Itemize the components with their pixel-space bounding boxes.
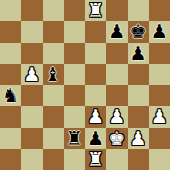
piece-white-king: ♚ xyxy=(108,129,125,148)
square-g2[interactable]: ♟ xyxy=(128,128,149,149)
piece-white-pawn: ♟ xyxy=(130,129,147,148)
square-h7[interactable]: ♟ xyxy=(149,21,170,42)
square-f6[interactable] xyxy=(106,43,127,64)
square-f8[interactable] xyxy=(106,0,127,21)
square-d2[interactable]: ♜ xyxy=(64,128,85,149)
square-a5[interactable] xyxy=(0,64,21,85)
square-d8[interactable] xyxy=(64,0,85,21)
square-h4[interactable] xyxy=(149,85,170,106)
square-c2[interactable] xyxy=(43,128,64,149)
piece-white-rook: ♜ xyxy=(87,150,104,169)
piece-white-pawn: ♟ xyxy=(151,107,168,126)
piece-black-pawn: ♟ xyxy=(130,44,147,63)
square-d1[interactable] xyxy=(64,149,85,170)
square-e2[interactable]: ♟ xyxy=(85,128,106,149)
piece-black-rook: ♜ xyxy=(66,129,83,148)
square-c8[interactable] xyxy=(43,0,64,21)
square-b3[interactable] xyxy=(21,106,42,127)
square-b1[interactable] xyxy=(21,149,42,170)
piece-black-bishop: ♝ xyxy=(45,65,62,84)
square-g3[interactable] xyxy=(128,106,149,127)
square-d6[interactable] xyxy=(64,43,85,64)
square-g8[interactable] xyxy=(128,0,149,21)
piece-black-pawn: ♟ xyxy=(108,22,125,41)
square-b5[interactable]: ♟ xyxy=(21,64,42,85)
piece-black-pawn: ♟ xyxy=(87,129,104,148)
square-d4[interactable] xyxy=(64,85,85,106)
square-e1[interactable]: ♜ xyxy=(85,149,106,170)
square-d7[interactable] xyxy=(64,21,85,42)
square-b6[interactable] xyxy=(21,43,42,64)
square-e3[interactable]: ♟ xyxy=(85,106,106,127)
square-d3[interactable] xyxy=(64,106,85,127)
square-g7[interactable]: ♚ xyxy=(128,21,149,42)
square-c3[interactable] xyxy=(43,106,64,127)
piece-white-pawn: ♟ xyxy=(23,65,40,84)
square-f2[interactable]: ♚ xyxy=(106,128,127,149)
square-b4[interactable] xyxy=(21,85,42,106)
square-b7[interactable] xyxy=(21,21,42,42)
square-f1[interactable] xyxy=(106,149,127,170)
square-e5[interactable] xyxy=(85,64,106,85)
square-e7[interactable] xyxy=(85,21,106,42)
square-c5[interactable]: ♝ xyxy=(43,64,64,85)
square-h5[interactable] xyxy=(149,64,170,85)
piece-white-pawn: ♟ xyxy=(108,107,125,126)
piece-black-pawn: ♟ xyxy=(151,22,168,41)
square-a8[interactable] xyxy=(0,0,21,21)
square-f5[interactable] xyxy=(106,64,127,85)
square-g1[interactable] xyxy=(128,149,149,170)
square-d5[interactable] xyxy=(64,64,85,85)
square-a4[interactable]: ♞ xyxy=(0,85,21,106)
square-c4[interactable] xyxy=(43,85,64,106)
square-a6[interactable] xyxy=(0,43,21,64)
square-e4[interactable] xyxy=(85,85,106,106)
square-e8[interactable]: ♜ xyxy=(85,0,106,21)
square-b2[interactable] xyxy=(21,128,42,149)
square-f3[interactable]: ♟ xyxy=(106,106,127,127)
square-g5[interactable] xyxy=(128,64,149,85)
square-f7[interactable]: ♟ xyxy=(106,21,127,42)
square-a7[interactable] xyxy=(0,21,21,42)
square-b8[interactable] xyxy=(21,0,42,21)
piece-white-pawn: ♟ xyxy=(87,107,104,126)
square-h6[interactable] xyxy=(149,43,170,64)
square-h8[interactable] xyxy=(149,0,170,21)
square-a2[interactable] xyxy=(0,128,21,149)
square-c6[interactable] xyxy=(43,43,64,64)
square-h2[interactable] xyxy=(149,128,170,149)
square-c1[interactable] xyxy=(43,149,64,170)
square-e6[interactable] xyxy=(85,43,106,64)
square-a3[interactable] xyxy=(0,106,21,127)
square-c7[interactable] xyxy=(43,21,64,42)
square-h3[interactable]: ♟ xyxy=(149,106,170,127)
square-f4[interactable] xyxy=(106,85,127,106)
square-h1[interactable] xyxy=(149,149,170,170)
piece-black-knight: ♞ xyxy=(2,86,19,105)
chess-board: ♜♟♚♟♟♟♝♞♟♟♟♜♟♚♟♜ xyxy=(0,0,170,170)
square-g6[interactable]: ♟ xyxy=(128,43,149,64)
square-g4[interactable] xyxy=(128,85,149,106)
square-a1[interactable] xyxy=(0,149,21,170)
piece-black-king: ♚ xyxy=(130,22,147,41)
piece-white-rook: ♜ xyxy=(87,1,104,20)
